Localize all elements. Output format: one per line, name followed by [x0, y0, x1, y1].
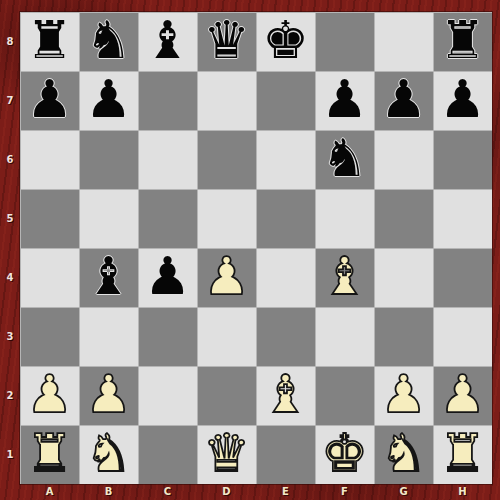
square-f2[interactable]: [315, 366, 374, 425]
file-label-d: D: [197, 483, 256, 500]
piece-black-pawn[interactable]: ♟: [439, 73, 486, 125]
square-g3[interactable]: [374, 307, 433, 366]
square-c7[interactable]: [138, 71, 197, 130]
square-h2[interactable]: ♟: [433, 366, 492, 425]
square-f3[interactable]: [315, 307, 374, 366]
square-b8[interactable]: ♞: [79, 12, 138, 71]
piece-black-pawn[interactable]: ♟: [26, 73, 73, 125]
piece-white-pawn[interactable]: ♟: [439, 368, 486, 420]
square-e1[interactable]: [256, 425, 315, 484]
square-b4[interactable]: ♝: [79, 248, 138, 307]
square-f5[interactable]: [315, 189, 374, 248]
piece-white-pawn[interactable]: ♟: [380, 368, 427, 420]
square-d3[interactable]: [197, 307, 256, 366]
piece-white-king[interactable]: ♚: [321, 427, 368, 479]
file-label-a: A: [20, 483, 79, 500]
square-f8[interactable]: [315, 12, 374, 71]
square-g2[interactable]: ♟: [374, 366, 433, 425]
piece-black-queen[interactable]: ♛: [203, 14, 250, 66]
piece-black-rook[interactable]: ♜: [26, 14, 73, 66]
square-a6[interactable]: [20, 130, 79, 189]
rank-label-7: 7: [0, 71, 20, 130]
piece-black-pawn[interactable]: ♟: [144, 250, 191, 302]
square-e7[interactable]: [256, 71, 315, 130]
square-h5[interactable]: [433, 189, 492, 248]
square-e4[interactable]: [256, 248, 315, 307]
piece-white-queen[interactable]: ♛: [203, 427, 250, 479]
piece-black-king[interactable]: ♚: [262, 14, 309, 66]
square-b6[interactable]: [79, 130, 138, 189]
piece-black-bishop[interactable]: ♝: [144, 14, 191, 66]
file-label-c: C: [138, 483, 197, 500]
square-h7[interactable]: ♟: [433, 71, 492, 130]
rank-label-3: 3: [0, 307, 20, 366]
square-f7[interactable]: ♟: [315, 71, 374, 130]
piece-black-knight[interactable]: ♞: [85, 14, 132, 66]
rank-label-1: 1: [0, 425, 20, 484]
piece-black-pawn[interactable]: ♟: [85, 73, 132, 125]
square-g6[interactable]: [374, 130, 433, 189]
square-e5[interactable]: [256, 189, 315, 248]
file-label-e: E: [256, 483, 315, 500]
square-a3[interactable]: [20, 307, 79, 366]
piece-white-pawn[interactable]: ♟: [85, 368, 132, 420]
piece-white-pawn[interactable]: ♟: [203, 250, 250, 302]
piece-black-bishop[interactable]: ♝: [85, 250, 132, 302]
square-f4[interactable]: ♝: [315, 248, 374, 307]
square-a5[interactable]: [20, 189, 79, 248]
file-labels: ABCDEFGH: [20, 483, 492, 500]
square-a1[interactable]: ♜: [20, 425, 79, 484]
square-b1[interactable]: ♞: [79, 425, 138, 484]
square-d7[interactable]: [197, 71, 256, 130]
square-e3[interactable]: [256, 307, 315, 366]
piece-black-rook[interactable]: ♜: [439, 14, 486, 66]
piece-white-bishop[interactable]: ♝: [262, 368, 309, 420]
piece-black-knight[interactable]: ♞: [321, 132, 368, 184]
piece-white-pawn[interactable]: ♟: [26, 368, 73, 420]
square-b5[interactable]: [79, 189, 138, 248]
rank-label-2: 2: [0, 366, 20, 425]
square-c8[interactable]: ♝: [138, 12, 197, 71]
square-e6[interactable]: [256, 130, 315, 189]
square-h1[interactable]: ♜: [433, 425, 492, 484]
square-b2[interactable]: ♟: [79, 366, 138, 425]
square-a8[interactable]: ♜: [20, 12, 79, 71]
square-c6[interactable]: [138, 130, 197, 189]
square-g7[interactable]: ♟: [374, 71, 433, 130]
square-h6[interactable]: [433, 130, 492, 189]
square-g1[interactable]: ♞: [374, 425, 433, 484]
square-e8[interactable]: ♚: [256, 12, 315, 71]
piece-black-pawn[interactable]: ♟: [321, 73, 368, 125]
square-d6[interactable]: [197, 130, 256, 189]
square-a2[interactable]: ♟: [20, 366, 79, 425]
square-c4[interactable]: ♟: [138, 248, 197, 307]
square-a4[interactable]: [20, 248, 79, 307]
square-h4[interactable]: [433, 248, 492, 307]
piece-white-rook[interactable]: ♜: [26, 427, 73, 479]
file-label-b: B: [79, 483, 138, 500]
square-h8[interactable]: ♜: [433, 12, 492, 71]
rank-label-6: 6: [0, 130, 20, 189]
piece-white-knight[interactable]: ♞: [85, 427, 132, 479]
square-g5[interactable]: [374, 189, 433, 248]
square-c1[interactable]: [138, 425, 197, 484]
chess-board: ♜♞♝♛♚♜♟♟♟♟♟♞♝♟♟♝♟♟♝♟♟♜♞♛♚♞♜: [20, 12, 492, 484]
rank-label-4: 4: [0, 248, 20, 307]
file-label-f: F: [315, 483, 374, 500]
file-label-g: G: [374, 483, 433, 500]
square-c2[interactable]: [138, 366, 197, 425]
square-e2[interactable]: ♝: [256, 366, 315, 425]
square-d1[interactable]: ♛: [197, 425, 256, 484]
square-h3[interactable]: [433, 307, 492, 366]
piece-white-rook[interactable]: ♜: [439, 427, 486, 479]
square-a7[interactable]: ♟: [20, 71, 79, 130]
square-c5[interactable]: [138, 189, 197, 248]
piece-black-pawn[interactable]: ♟: [380, 73, 427, 125]
rank-label-8: 8: [0, 12, 20, 71]
chess-app-window: 87654321 ♜♞♝♛♚♜♟♟♟♟♟♞♝♟♟♝♟♟♝♟♟♜♞♛♚♞♜ ABC…: [0, 0, 500, 500]
square-d8[interactable]: ♛: [197, 12, 256, 71]
square-g8[interactable]: [374, 12, 433, 71]
square-d4[interactable]: ♟: [197, 248, 256, 307]
square-b3[interactable]: [79, 307, 138, 366]
piece-white-knight[interactable]: ♞: [380, 427, 427, 479]
rank-label-5: 5: [0, 189, 20, 248]
piece-white-bishop[interactable]: ♝: [321, 250, 368, 302]
square-d5[interactable]: [197, 189, 256, 248]
square-b7[interactable]: ♟: [79, 71, 138, 130]
rank-labels: 87654321: [0, 12, 20, 484]
square-f1[interactable]: ♚: [315, 425, 374, 484]
square-c3[interactable]: [138, 307, 197, 366]
square-d2[interactable]: [197, 366, 256, 425]
file-label-h: H: [433, 483, 492, 500]
square-f6[interactable]: ♞: [315, 130, 374, 189]
square-g4[interactable]: [374, 248, 433, 307]
